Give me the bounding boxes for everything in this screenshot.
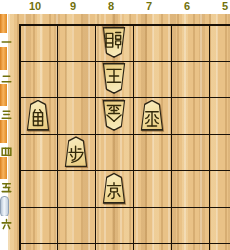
board-square[interactable]: [19, 170, 57, 207]
board-square[interactable]: [171, 134, 209, 171]
shogi-board-window: 1098765: [0, 0, 230, 250]
shogi-piece-角[interactable]: [25, 100, 51, 131]
piece-body: [101, 27, 127, 58]
scrollbar-track[interactable]: [0, 157, 7, 180]
board-square[interactable]: [209, 61, 230, 98]
board-square[interactable]: [171, 170, 209, 207]
piece-kanji-龍: [104, 29, 124, 51]
board-square[interactable]: [133, 24, 171, 61]
board-square[interactable]: [19, 134, 57, 171]
file-label: 10: [22, 0, 48, 13]
scrollbar-track[interactable]: [0, 14, 7, 33]
shogi-piece-金[interactable]: [101, 100, 127, 131]
board-square[interactable]: [209, 24, 230, 61]
board-square[interactable]: [57, 207, 95, 244]
rank-label: [0, 34, 14, 47]
shogi-piece-飛[interactable]: [139, 100, 165, 131]
piece-kanji-飛: [142, 107, 162, 129]
board-square[interactable]: [57, 61, 95, 98]
board-square[interactable]: [133, 207, 171, 244]
piece-kanji-金: [104, 102, 124, 124]
board-square[interactable]: [133, 134, 171, 171]
board-square[interactable]: [19, 24, 57, 61]
file-label: 6: [174, 0, 200, 13]
board-square[interactable]: [57, 97, 95, 134]
scrollbar-thumb-icon[interactable]: [0, 196, 9, 217]
piece-body: [139, 100, 165, 131]
piece-body: [25, 100, 51, 131]
piece-kanji-王: [104, 65, 124, 87]
scrollbar-track[interactable]: [0, 120, 7, 143]
file-label: 9: [60, 0, 86, 13]
piece-body: [63, 136, 89, 167]
board-square[interactable]: [19, 207, 57, 244]
board-square[interactable]: [171, 97, 209, 134]
piece-body: [101, 173, 127, 204]
shogi-piece-龍[interactable]: [101, 27, 127, 58]
board-square[interactable]: [95, 134, 133, 171]
shogi-piece-歩[interactable]: [63, 136, 89, 167]
board-square[interactable]: [19, 61, 57, 98]
board-square[interactable]: [57, 24, 95, 61]
board-square[interactable]: [209, 97, 230, 134]
shogi-piece-京[interactable]: [101, 173, 127, 204]
board-square[interactable]: [171, 61, 209, 98]
rank-label: [0, 144, 14, 157]
board-square[interactable]: [57, 170, 95, 207]
shogi-piece-王[interactable]: [101, 63, 127, 94]
piece-kanji-角: [28, 107, 48, 129]
piece-body: [101, 63, 127, 94]
board-square[interactable]: [95, 207, 133, 244]
rank-label: [0, 107, 14, 120]
rank-label: [0, 180, 14, 193]
scrollbar-track[interactable]: [0, 47, 7, 70]
rank-label: [0, 217, 14, 230]
scrollbar-track[interactable]: [0, 84, 7, 107]
board-square[interactable]: [171, 207, 209, 244]
file-label: 7: [136, 0, 162, 13]
board-square[interactable]: [209, 207, 230, 244]
piece-kanji-京: [104, 180, 124, 202]
board-square[interactable]: [133, 170, 171, 207]
file-label: 5: [212, 0, 230, 13]
grid-line: [19, 243, 230, 244]
piece-body: [101, 100, 127, 131]
piece-kanji-歩: [66, 143, 86, 165]
rank-label: [0, 71, 14, 84]
board-square[interactable]: [209, 170, 230, 207]
file-label: 8: [98, 0, 124, 13]
board-square[interactable]: [171, 24, 209, 61]
board-square[interactable]: [209, 134, 230, 171]
board-square[interactable]: [133, 61, 171, 98]
